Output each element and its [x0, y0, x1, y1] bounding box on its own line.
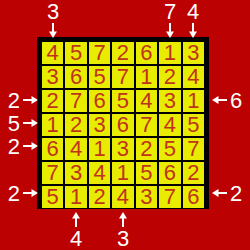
clue-bottom-col4-value: 3	[117, 229, 129, 248]
cell-r5c4[interactable]: 3	[112, 138, 133, 160]
cell-r1c5[interactable]: 6	[136, 42, 157, 64]
cell-r2c2[interactable]: 6	[65, 66, 86, 88]
cell-r6c4[interactable]: 1	[112, 162, 133, 184]
cell-r3c3[interactable]: 6	[89, 90, 110, 112]
cell-r6c7[interactable]: 2	[183, 162, 204, 184]
clue-top-col1-value: 3	[47, 2, 59, 21]
cell-r3c5[interactable]: 4	[136, 90, 157, 112]
right-arrow-icon	[23, 117, 38, 129]
cell-r2c6[interactable]: 2	[159, 66, 180, 88]
cell-r2c5[interactable]: 1	[136, 66, 157, 88]
cell-r5c7[interactable]: 7	[183, 138, 204, 160]
cell-r6c5[interactable]: 5	[136, 162, 157, 184]
cell-r6c1[interactable]: 7	[42, 162, 63, 184]
cell-r1c3[interactable]: 7	[89, 42, 110, 64]
clue-left-row3-value: 2	[8, 91, 20, 110]
left-arrow-icon	[212, 94, 227, 106]
cell-r4c2[interactable]: 2	[65, 114, 86, 136]
cell-r2c1[interactable]: 3	[42, 66, 63, 88]
cell-r1c6[interactable]: 1	[159, 42, 180, 64]
clue-right-row3-value: 6	[230, 91, 242, 110]
cell-r3c7[interactable]: 1	[183, 90, 204, 112]
cell-r5c6[interactable]: 5	[159, 138, 180, 160]
puzzle-stage: 4 5 7 2 6 1 3 3 6 5 7 1 2 4 2 7 6 5 4 3 …	[0, 0, 250, 250]
cell-r7c1[interactable]: 5	[42, 186, 63, 208]
clue-top-col7-value: 4	[187, 2, 199, 21]
clue-top-col7: 4	[180, 2, 206, 38]
cell-r4c4[interactable]: 6	[112, 114, 133, 136]
cell-r1c4[interactable]: 2	[112, 42, 133, 64]
clue-left-row4-value: 5	[8, 114, 20, 133]
cell-r3c6[interactable]: 3	[159, 90, 180, 112]
clue-right-row3: 6	[212, 89, 247, 111]
clue-left-row7: 2	[3, 182, 38, 204]
cell-r6c6[interactable]: 6	[159, 162, 180, 184]
down-arrow-icon	[187, 23, 199, 38]
cell-r7c2[interactable]: 1	[65, 186, 86, 208]
cell-r4c1[interactable]: 1	[42, 114, 63, 136]
cell-r2c3[interactable]: 5	[89, 66, 110, 88]
cell-r4c7[interactable]: 5	[183, 114, 204, 136]
clue-right-row7: 2	[212, 182, 247, 204]
skyscrapers-board: 4 5 7 2 6 1 3 3 6 5 7 1 2 4 2 7 6 5 4 3 …	[37, 37, 209, 209]
cell-r5c3[interactable]: 1	[89, 138, 110, 160]
clue-bottom-col2-value: 4	[70, 229, 82, 248]
cell-r5c1[interactable]: 6	[42, 138, 63, 160]
cell-r7c5[interactable]: 3	[136, 186, 157, 208]
cell-r2c7[interactable]: 4	[183, 66, 204, 88]
right-arrow-icon	[23, 140, 38, 152]
clue-left-row4: 5	[3, 112, 38, 134]
down-arrow-icon	[164, 23, 176, 38]
clue-left-row5-value: 2	[8, 137, 20, 156]
cell-r7c4[interactable]: 4	[112, 186, 133, 208]
clue-left-row3: 2	[3, 89, 38, 111]
left-arrow-icon	[212, 187, 227, 199]
clue-bottom-col4: 3	[110, 212, 136, 248]
cell-r4c6[interactable]: 4	[159, 114, 180, 136]
cell-r7c6[interactable]: 7	[159, 186, 180, 208]
cell-r7c7[interactable]: 6	[183, 186, 204, 208]
cell-r4c3[interactable]: 3	[89, 114, 110, 136]
clue-right-row7-value: 2	[230, 184, 242, 203]
cell-r4c5[interactable]: 7	[136, 114, 157, 136]
cell-r3c1[interactable]: 2	[42, 90, 63, 112]
cell-r3c4[interactable]: 5	[112, 90, 133, 112]
cell-r2c4[interactable]: 7	[112, 66, 133, 88]
clue-top-col1: 3	[40, 2, 66, 38]
cell-r5c2[interactable]: 4	[65, 138, 86, 160]
clue-top-col6-value: 7	[164, 2, 176, 21]
cell-r6c2[interactable]: 3	[65, 162, 86, 184]
cell-r6c3[interactable]: 4	[89, 162, 110, 184]
cell-r1c7[interactable]: 3	[183, 42, 204, 64]
down-arrow-icon	[47, 23, 59, 38]
right-arrow-icon	[23, 94, 38, 106]
up-arrow-icon	[117, 212, 129, 227]
right-arrow-icon	[23, 187, 38, 199]
cell-r1c1[interactable]: 4	[42, 42, 63, 64]
cell-r3c2[interactable]: 7	[65, 90, 86, 112]
up-arrow-icon	[70, 212, 82, 227]
cell-r7c3[interactable]: 2	[89, 186, 110, 208]
cell-r1c2[interactable]: 5	[65, 42, 86, 64]
cell-r5c5[interactable]: 2	[136, 138, 157, 160]
clue-left-row7-value: 2	[8, 184, 20, 203]
clue-left-row5: 2	[3, 135, 38, 157]
clue-bottom-col2: 4	[63, 212, 89, 248]
